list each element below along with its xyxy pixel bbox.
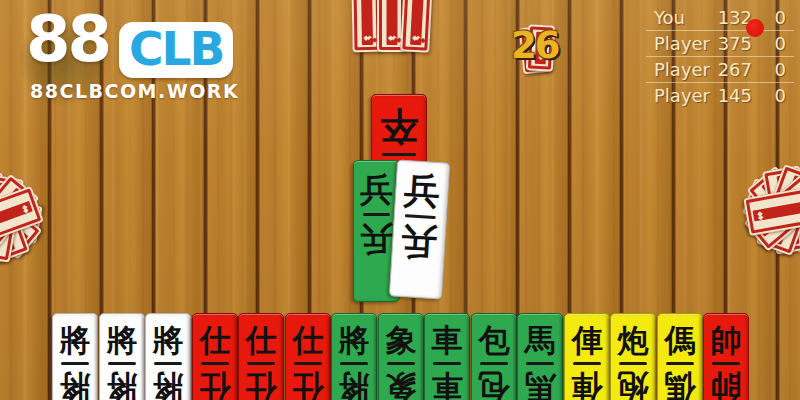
card-character: 兵 [354, 173, 399, 209]
card-character: 馬 [518, 325, 562, 358]
score-row-player3: Player 267 0 [646, 57, 794, 83]
hand-card-12[interactable]: 俥 俥 [564, 313, 610, 400]
card-character-inverted: 仕 [286, 369, 330, 400]
score-row-player2: Player 375 0 [646, 31, 794, 57]
logo-88: 88 [26, 2, 109, 76]
card-divider [573, 362, 600, 365]
card-character-inverted: 將 [53, 369, 97, 400]
card-character: 包 [472, 325, 516, 358]
card-character: 卒 [372, 105, 426, 145]
card-character-inverted: 帥 [704, 369, 748, 400]
draw-pile-count: 26 [511, 24, 559, 67]
card-character-inverted: 兵 [392, 220, 445, 261]
card-divider [247, 362, 274, 365]
hand-card-15[interactable]: 帥 帥 [703, 313, 749, 400]
card-divider [433, 362, 460, 365]
player-score: 0 [752, 59, 786, 80]
hand-card-4[interactable]: 仕 仕 [192, 313, 238, 400]
hand-card-10[interactable]: 包 包 [471, 313, 517, 400]
hand-card-8[interactable]: 象 象 [378, 313, 424, 400]
card-character-inverted: 包 [472, 369, 516, 400]
card-character: 帥 [704, 325, 748, 358]
hand-card-5[interactable]: 仕 仕 [238, 313, 284, 400]
card-character-inverted: 仕 [239, 369, 283, 400]
player-name: Player [654, 85, 710, 106]
card-divider [404, 214, 436, 219]
card-divider [480, 362, 507, 365]
card-character: 將 [146, 325, 190, 358]
card-divider [666, 362, 693, 365]
card-divider [61, 362, 88, 365]
hand-card-6[interactable]: 仕 仕 [285, 313, 331, 400]
card-character: 仕 [193, 325, 237, 358]
card-divider [363, 213, 391, 216]
hand-card-11[interactable]: 馬 馬 [517, 313, 563, 400]
card-character: 車 [425, 325, 469, 358]
card-character: 將 [100, 325, 144, 358]
card-divider [340, 362, 367, 365]
logo-clb-badge: CLB [119, 22, 233, 78]
player-number: 145 [710, 85, 752, 106]
card-divider [108, 362, 135, 365]
card-character-inverted: 俥 [565, 369, 609, 400]
card-character-inverted: 傌 [658, 369, 702, 400]
card-character-inverted: 將 [146, 369, 190, 400]
card-character-inverted: 將 [332, 369, 376, 400]
hand-card-3[interactable]: 將 將 [145, 313, 191, 400]
card-character: 仕 [286, 325, 330, 358]
player-name: You [654, 7, 710, 28]
player-score: 0 [752, 85, 786, 106]
scoreboard: You 132 0 Player 375 0 Player 267 0 Play… [646, 5, 794, 108]
card-character: 將 [332, 325, 376, 358]
card-divider [201, 362, 228, 365]
card-divider [712, 362, 739, 365]
card-character: 俥 [565, 325, 609, 358]
hand-card-9[interactable]: 車 車 [424, 313, 470, 400]
game-table: 88 CLB 88CLBCOM.WORK You 132 0 Player 37… [0, 0, 800, 400]
card-character: 傌 [658, 325, 702, 358]
player-number: 267 [710, 59, 752, 80]
diamond-pattern-icon: ◆◆ [417, 37, 424, 44]
hand-card-7[interactable]: 將 將 [331, 313, 377, 400]
diamond-pattern-icon: ◆◆ [369, 37, 376, 44]
card-character-inverted: 馬 [518, 369, 562, 400]
card-character: 將 [53, 325, 97, 358]
player-name: Player [654, 59, 710, 80]
score-row-player4: Player 145 0 [646, 83, 794, 108]
card-divider [154, 362, 181, 365]
card-back: ◆◆◆◆ ◆◆ ◆◆ [400, 0, 433, 53]
card-character: 兵 [395, 172, 448, 213]
card-character: 象 [379, 325, 423, 358]
card-divider [619, 362, 646, 365]
card-character-inverted: 炮 [611, 369, 655, 400]
card-character-inverted: 車 [425, 369, 469, 400]
player-number: 375 [710, 33, 752, 54]
card-character-inverted: 將 [100, 369, 144, 400]
card-character: 炮 [611, 325, 655, 358]
player-name: Player [654, 33, 710, 54]
hand-card-13[interactable]: 炮 炮 [610, 313, 656, 400]
hand-card-1[interactable]: 將 將 [52, 313, 98, 400]
card-character-inverted: 象 [379, 369, 423, 400]
logo-site-url: 88CLBCOM.WORK [30, 80, 239, 102]
turn-indicator-dot [746, 19, 764, 37]
hand-card-2[interactable]: 將 將 [99, 313, 145, 400]
card-divider [387, 362, 414, 365]
discard-card-white-soldier: 兵 兵 [389, 160, 450, 300]
card-divider [526, 362, 553, 365]
card-character: 仕 [239, 325, 283, 358]
hand-card-14[interactable]: 傌 傌 [657, 313, 703, 400]
score-row-you: You 132 0 [646, 5, 794, 31]
card-divider [294, 362, 321, 365]
card-character-inverted: 仕 [193, 369, 237, 400]
card-divider [382, 153, 415, 156]
diamond-pattern-icon: ◆◆ [393, 37, 400, 44]
